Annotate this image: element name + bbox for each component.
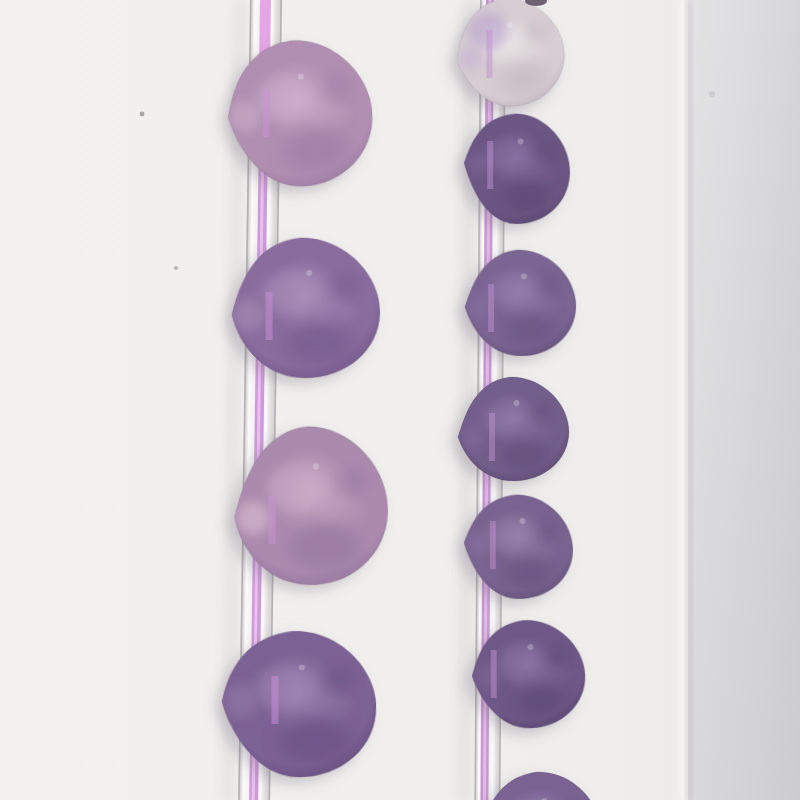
thread-through-tip-left-2 xyxy=(266,292,273,340)
thread-through-tip-right-6 xyxy=(491,650,497,698)
backdrop-speck-3 xyxy=(709,91,715,97)
backdrop-speck-2 xyxy=(174,266,178,270)
thread-through-tip-right-4 xyxy=(489,413,495,461)
bead-strands-photo xyxy=(0,0,800,800)
backdrop-speck-1 xyxy=(140,112,145,117)
scene-svg xyxy=(0,0,800,800)
thread-through-tip-right-5 xyxy=(490,521,496,569)
corner-edge-highlight xyxy=(679,0,687,800)
thread-through-tip-right-1 xyxy=(486,30,492,78)
wall-corner-panel-shade xyxy=(688,0,800,800)
thread-through-tip-right-3 xyxy=(488,284,494,332)
corner-edge-shadow xyxy=(687,0,691,800)
thread-through-tip-left-3 xyxy=(269,496,276,544)
thread-through-tip-right-2 xyxy=(487,141,493,189)
thread-through-tip-left-1 xyxy=(263,89,270,137)
thread-through-tip-left-4 xyxy=(271,676,278,724)
